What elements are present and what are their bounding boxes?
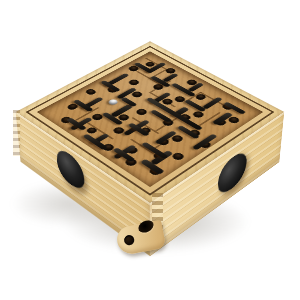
maze-wall: [191, 133, 217, 150]
printed-path-line: [150, 139, 170, 151]
maze-hole: [124, 157, 139, 167]
maze-wall: [91, 133, 110, 144]
maze-wall: [141, 142, 169, 159]
maze-hole: [124, 146, 139, 155]
maze-hole: [170, 134, 185, 143]
printed-path-line: [87, 122, 114, 139]
maze-hole: [134, 108, 148, 116]
maze-hole: [85, 126, 99, 135]
printed-path-line: [195, 112, 221, 129]
maze-wall: [177, 125, 200, 139]
finger-joints-left-corner: [13, 110, 20, 156]
tray-ball-hole: [123, 234, 135, 246]
maze-hole: [138, 126, 152, 135]
maze-wall: [155, 131, 177, 145]
maze-hole: [198, 140, 213, 149]
maze-wall: [141, 159, 165, 174]
maze-hole: [111, 126, 125, 135]
printed-path-line: [131, 117, 159, 134]
maze-hole: [101, 143, 116, 152]
maze-wall: [70, 117, 93, 130]
maze-hole: [178, 113, 192, 121]
maze-hole: [191, 110, 205, 118]
maze-wall: [113, 147, 136, 162]
maze-hole: [59, 116, 73, 124]
maze-hole: [170, 151, 185, 160]
maze-wall: [102, 112, 124, 125]
maze-wall: [113, 145, 136, 160]
maze-hole: [152, 151, 167, 160]
steel-ball: [107, 98, 120, 105]
maze-wall: [150, 150, 173, 165]
maze-wall: [128, 122, 150, 136]
labyrinth-box: [16, 41, 285, 203]
printed-path-line: [154, 117, 177, 131]
maze-hole: [188, 129, 202, 138]
maze-hole: [214, 118, 228, 127]
maze-wall: [212, 112, 233, 125]
maze-hole: [117, 113, 131, 121]
maze-wall: [66, 117, 87, 130]
maze-hole: [84, 88, 97, 96]
tilt-knob-front[interactable]: [217, 147, 247, 199]
maze-hole: [147, 166, 162, 176]
maze-wall: [82, 133, 108, 150]
maze-wall: [111, 104, 133, 117]
maze-hole: [90, 113, 104, 121]
maze-hole: [156, 137, 171, 146]
maze-wall: [172, 107, 189, 117]
maze-wall: [123, 120, 150, 136]
maze-wall: [146, 97, 204, 131]
wooden-labyrinth-game: [0, 0, 300, 300]
maze-hole: [227, 116, 241, 124]
maze-hole: [161, 118, 175, 127]
maze-hole: [127, 79, 140, 86]
printed-path-line: [130, 139, 154, 154]
scene-3d: [0, 0, 300, 300]
